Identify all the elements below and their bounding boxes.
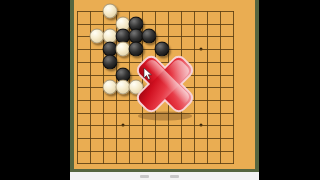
letterbox-right [259,0,320,180]
footer-mark [140,175,149,178]
goban [74,0,255,169]
grid-line-horizontal [77,11,234,12]
white-stone [102,4,117,19]
footer-mark [170,175,179,178]
letterbox-left [0,0,70,180]
grid-line-horizontal [77,24,234,25]
mouse-cursor-icon [143,68,153,81]
page-footer-strip [70,172,259,180]
video-frame[interactable] [0,0,320,180]
black-stone [141,29,156,44]
board-panel [70,0,259,172]
grid-line-vertical [77,11,78,164]
wrong-move-x-icon [129,50,201,122]
black-stone [102,54,117,69]
